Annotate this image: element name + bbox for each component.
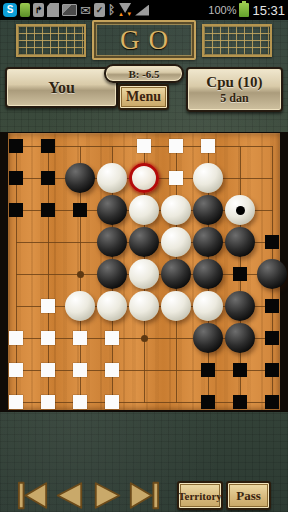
black-stone (97, 227, 127, 257)
status-bar: S ↱ ✉ ✓ ᛒ ▲ ▼ 100% 15:31 (0, 0, 288, 20)
dead-stone-dot (236, 206, 245, 215)
title-banner: GO (0, 20, 288, 62)
bottom-toolbar: Territory Pass (0, 412, 288, 512)
black-stone (97, 259, 127, 289)
territory-black-marker (265, 395, 279, 409)
forward-triangle-icon (96, 483, 120, 507)
skip-back-bar-icon (19, 483, 24, 508)
black-stone (193, 323, 223, 353)
territory-black-marker (233, 267, 247, 281)
territory-white-marker (41, 363, 55, 377)
menu-button[interactable]: Menu (118, 84, 169, 110)
territory-black-marker (9, 203, 23, 217)
territory-white-marker (9, 395, 23, 409)
territory-black-marker (41, 139, 55, 153)
white-stone (129, 291, 159, 321)
pass-button[interactable]: Pass (226, 481, 271, 510)
player-white-label: Cpu (10) (206, 74, 262, 91)
territory-white-marker (105, 395, 119, 409)
territory-black-marker (9, 139, 23, 153)
player-black-label: You (48, 79, 75, 97)
back-triangle-icon (58, 483, 82, 507)
skip-back-triangle-icon (25, 483, 46, 507)
territory-white-marker (73, 363, 87, 377)
territory-black-marker (265, 331, 279, 345)
battery-widget-icon (20, 3, 30, 17)
territory-white-marker (105, 331, 119, 345)
player-white-rank: 5 dan (220, 92, 248, 105)
wifi-icon: ▲ ▼ (118, 3, 132, 17)
white-stone (97, 291, 127, 321)
white-stone (161, 291, 191, 321)
score-text: B: -6.5 (128, 68, 159, 80)
skip-back-button[interactable] (17, 481, 49, 510)
white-stone (129, 195, 159, 225)
territory-black-marker (41, 203, 55, 217)
black-stone (97, 195, 127, 225)
territory-white-marker (169, 171, 183, 185)
black-stone (225, 227, 255, 257)
skype-icon: S (3, 3, 17, 17)
lattice-ornament-left (16, 24, 86, 57)
territory-white-marker (41, 299, 55, 313)
player-white-plaque: Cpu (10) 5 dan (186, 67, 283, 112)
title-plaque: GO (92, 20, 196, 60)
black-stone (129, 227, 159, 257)
territory-black-marker (265, 235, 279, 249)
phone-forward-icon: ↱ (33, 3, 44, 17)
white-stone (97, 163, 127, 193)
skip-forward-triangle-icon (131, 483, 152, 507)
black-stone (65, 163, 95, 193)
star-point (77, 271, 84, 278)
white-stone (129, 259, 159, 289)
score-plaque: B: -6.5 (104, 64, 184, 83)
star-point (141, 335, 148, 342)
wifi-up-arrow: ▲ (118, 11, 124, 17)
territory-white-marker (169, 139, 183, 153)
wifi-down-arrow: ▼ (126, 11, 132, 17)
white-stone (193, 163, 223, 193)
signal-strength-icon (135, 5, 149, 16)
territory-black-marker (201, 395, 215, 409)
go-board[interactable] (8, 133, 280, 410)
bluetooth-icon: ᛒ (108, 4, 115, 16)
battery-icon (239, 3, 249, 17)
pass-button-label: Pass (236, 488, 261, 504)
app-screen: S ↱ ✉ ✓ ᛒ ▲ ▼ 100% 15:31 GO You B: -6.5 (0, 0, 288, 512)
sim-card-icon (47, 3, 59, 17)
territory-white-marker (41, 331, 55, 345)
territory-white-marker (9, 363, 23, 377)
clipboard-icon: ✓ (94, 3, 105, 17)
black-stone (193, 227, 223, 257)
territory-white-marker (73, 395, 87, 409)
board-frame (0, 132, 288, 412)
territory-white-marker (73, 331, 87, 345)
black-stone (257, 259, 287, 289)
territory-white-marker (201, 139, 215, 153)
clock: 15:31 (252, 3, 285, 18)
territory-black-marker (233, 395, 247, 409)
white-stone (65, 291, 95, 321)
territory-black-marker (265, 363, 279, 377)
skip-forward-bar-icon (153, 483, 158, 508)
skip-forward-button[interactable] (128, 481, 160, 510)
white-stone (161, 195, 191, 225)
territory-white-marker (105, 363, 119, 377)
territory-black-marker (9, 171, 23, 185)
email-icon: ✉ (80, 4, 91, 17)
white-stone (161, 227, 191, 257)
territory-black-marker (41, 171, 55, 185)
black-stone (161, 259, 191, 289)
gallery-icon (62, 4, 77, 16)
white-stone (193, 291, 223, 321)
app-title: GO (111, 25, 177, 56)
territory-black-marker (233, 363, 247, 377)
territory-black-marker (201, 363, 215, 377)
white-stone-last-move (129, 163, 159, 193)
territory-button-label: Territory (178, 490, 222, 502)
menu-button-label: Menu (126, 89, 161, 105)
battery-percent: 100% (208, 4, 236, 16)
forward-button[interactable] (92, 481, 124, 510)
territory-black-marker (265, 299, 279, 313)
territory-black-marker (73, 203, 87, 217)
player-black-plaque: You (5, 67, 118, 108)
back-button[interactable] (53, 481, 85, 510)
black-stone (193, 195, 223, 225)
black-stone (193, 259, 223, 289)
black-stone (225, 323, 255, 353)
white-stone (225, 195, 255, 225)
territory-white-marker (9, 331, 23, 345)
territory-white-marker (137, 139, 151, 153)
lattice-ornament-right (202, 24, 272, 57)
territory-button[interactable]: Territory (177, 481, 223, 510)
territory-white-marker (41, 395, 55, 409)
black-stone (225, 291, 255, 321)
